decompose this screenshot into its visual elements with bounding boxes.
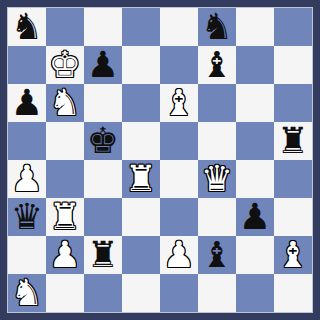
square-h2[interactable]: ♝ xyxy=(274,236,312,274)
square-c1[interactable] xyxy=(84,274,122,312)
square-c6[interactable] xyxy=(84,84,122,122)
square-b5[interactable] xyxy=(46,122,84,160)
square-c8[interactable] xyxy=(84,8,122,46)
piece-white-bishop: ♝ xyxy=(163,84,195,122)
piece-white-knight: ♞ xyxy=(11,274,43,312)
square-g4[interactable] xyxy=(236,160,274,198)
piece-white-rook: ♜ xyxy=(49,198,81,236)
piece-white-king: ♚ xyxy=(49,46,81,84)
square-g6[interactable] xyxy=(236,84,274,122)
square-d5[interactable] xyxy=(122,122,160,160)
square-e6[interactable]: ♝ xyxy=(160,84,198,122)
square-e3[interactable] xyxy=(160,198,198,236)
square-f5[interactable] xyxy=(198,122,236,160)
square-a4[interactable]: ♟ xyxy=(8,160,46,198)
square-h8[interactable] xyxy=(274,8,312,46)
chess-board: ♞♞♚♟♝♟♞♝♚♜♟♜♛♛♜♟♟♜♟♝♝♞ xyxy=(7,7,313,313)
square-h4[interactable] xyxy=(274,160,312,198)
square-c4[interactable] xyxy=(84,160,122,198)
piece-black-knight: ♞ xyxy=(201,8,233,46)
square-d6[interactable] xyxy=(122,84,160,122)
square-e7[interactable] xyxy=(160,46,198,84)
piece-black-pawn: ♟ xyxy=(87,46,119,84)
square-e8[interactable] xyxy=(160,8,198,46)
square-f1[interactable] xyxy=(198,274,236,312)
piece-white-pawn: ♟ xyxy=(49,236,81,274)
square-g3[interactable]: ♟ xyxy=(236,198,274,236)
square-d2[interactable] xyxy=(122,236,160,274)
square-h6[interactable] xyxy=(274,84,312,122)
square-b2[interactable]: ♟ xyxy=(46,236,84,274)
square-b7[interactable]: ♚ xyxy=(46,46,84,84)
square-d4[interactable]: ♜ xyxy=(122,160,160,198)
piece-black-rook: ♜ xyxy=(277,122,309,160)
piece-white-rook: ♜ xyxy=(125,160,157,198)
piece-black-bishop: ♝ xyxy=(201,236,233,274)
square-d1[interactable] xyxy=(122,274,160,312)
piece-white-bishop: ♝ xyxy=(277,236,309,274)
square-f7[interactable]: ♝ xyxy=(198,46,236,84)
square-f4[interactable]: ♛ xyxy=(198,160,236,198)
square-b4[interactable] xyxy=(46,160,84,198)
piece-black-rook: ♜ xyxy=(87,236,119,274)
square-a2[interactable] xyxy=(8,236,46,274)
square-h5[interactable]: ♜ xyxy=(274,122,312,160)
square-d7[interactable] xyxy=(122,46,160,84)
square-g7[interactable] xyxy=(236,46,274,84)
square-a7[interactable] xyxy=(8,46,46,84)
square-h1[interactable] xyxy=(274,274,312,312)
square-g8[interactable] xyxy=(236,8,274,46)
piece-black-bishop: ♝ xyxy=(201,46,233,84)
square-a6[interactable]: ♟ xyxy=(8,84,46,122)
square-g5[interactable] xyxy=(236,122,274,160)
piece-black-king: ♚ xyxy=(87,122,119,160)
piece-white-pawn: ♟ xyxy=(163,236,195,274)
piece-black-queen: ♛ xyxy=(11,198,43,236)
square-c5[interactable]: ♚ xyxy=(84,122,122,160)
square-d3[interactable] xyxy=(122,198,160,236)
square-b6[interactable]: ♞ xyxy=(46,84,84,122)
square-b1[interactable] xyxy=(46,274,84,312)
square-c3[interactable] xyxy=(84,198,122,236)
piece-white-pawn: ♟ xyxy=(11,160,43,198)
square-c7[interactable]: ♟ xyxy=(84,46,122,84)
square-f2[interactable]: ♝ xyxy=(198,236,236,274)
piece-black-pawn: ♟ xyxy=(11,84,43,122)
square-f3[interactable] xyxy=(198,198,236,236)
piece-black-knight: ♞ xyxy=(11,8,43,46)
square-b3[interactable]: ♜ xyxy=(46,198,84,236)
square-b8[interactable] xyxy=(46,8,84,46)
square-e4[interactable] xyxy=(160,160,198,198)
square-a5[interactable] xyxy=(8,122,46,160)
square-a8[interactable]: ♞ xyxy=(8,8,46,46)
square-e2[interactable]: ♟ xyxy=(160,236,198,274)
square-c2[interactable]: ♜ xyxy=(84,236,122,274)
square-a1[interactable]: ♞ xyxy=(8,274,46,312)
piece-white-knight: ♞ xyxy=(49,84,81,122)
piece-white-queen: ♛ xyxy=(201,160,233,198)
square-d8[interactable] xyxy=(122,8,160,46)
square-e5[interactable] xyxy=(160,122,198,160)
square-h7[interactable] xyxy=(274,46,312,84)
board-frame: ♞♞♚♟♝♟♞♝♚♜♟♜♛♛♜♟♟♜♟♝♝♞ xyxy=(0,0,320,320)
square-f6[interactable] xyxy=(198,84,236,122)
square-a3[interactable]: ♛ xyxy=(8,198,46,236)
square-g1[interactable] xyxy=(236,274,274,312)
square-h3[interactable] xyxy=(274,198,312,236)
square-e1[interactable] xyxy=(160,274,198,312)
square-g2[interactable] xyxy=(236,236,274,274)
square-f8[interactable]: ♞ xyxy=(198,8,236,46)
piece-black-pawn: ♟ xyxy=(239,198,271,236)
